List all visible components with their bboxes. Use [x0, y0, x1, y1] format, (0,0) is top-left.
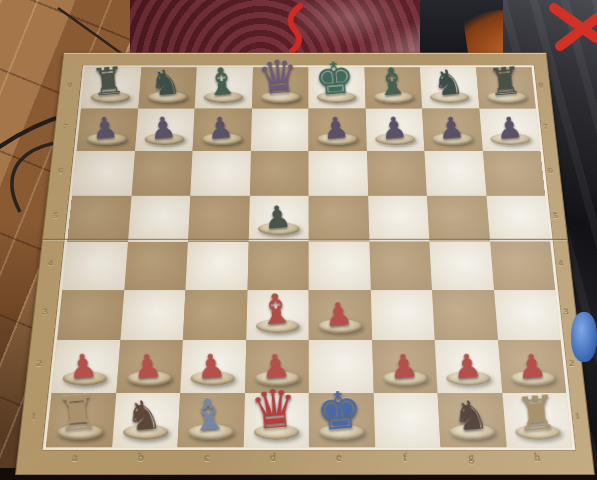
- black-queen-d8[interactable]: ♛: [252, 67, 309, 108]
- photo-scene: ♜♞♝♛♚♝♞♜♟♟♟♟♟♟♟♟♝♟♟♟♟♟♟♟♟♜♞♝♛♚♞♜ 8765432…: [0, 0, 597, 480]
- piece-glyph: ♛: [248, 381, 300, 438]
- square-c4: [185, 242, 248, 290]
- white-pawn-e3[interactable]: ♟: [309, 290, 372, 340]
- black-pawn-b7[interactable]: ♟: [135, 108, 195, 151]
- piece-glyph: ♟: [148, 112, 177, 144]
- square-e3: ♟: [309, 290, 372, 340]
- piece-glyph: ♟: [451, 348, 483, 383]
- square-c2: ♟: [180, 340, 246, 392]
- square-d3: ♝: [246, 290, 309, 340]
- square-f8: ♝: [364, 67, 422, 108]
- square-d4: [247, 242, 309, 290]
- piece-glyph: ♟: [131, 348, 163, 383]
- rank-label-left-6: 6: [55, 166, 66, 174]
- rank-label-left-5: 5: [50, 211, 62, 219]
- square-b3: [120, 290, 186, 340]
- black-pawn-d5[interactable]: ♟: [248, 195, 308, 241]
- black-rook-a8[interactable]: ♜: [81, 67, 141, 108]
- square-h1: ♜: [502, 393, 572, 448]
- square-b6: [131, 151, 192, 195]
- piece-glyph: ♟: [387, 348, 419, 383]
- square-g1: ♞: [438, 393, 507, 448]
- rank-label-right-2: 2: [565, 358, 578, 368]
- square-e8: ♚: [308, 67, 365, 108]
- square-f5: [368, 195, 430, 241]
- piece-glyph: ♝: [203, 61, 240, 101]
- square-c3: [183, 290, 247, 340]
- square-g5: [427, 195, 490, 241]
- square-g7: ♟: [422, 108, 482, 151]
- rank-label-left-2: 2: [33, 358, 46, 368]
- file-label-c: c: [200, 452, 214, 465]
- black-pawn-a7[interactable]: ♟: [77, 108, 138, 151]
- square-g8: ♞: [420, 67, 479, 108]
- white-rook-a1[interactable]: ♜: [46, 393, 116, 448]
- square-h7: ♟: [479, 108, 540, 151]
- white-pawn-g2[interactable]: ♟: [435, 340, 502, 392]
- rank-label-left-8: 8: [64, 81, 75, 89]
- white-king-e1[interactable]: ♚: [309, 393, 375, 448]
- rank-label-right-7: 7: [540, 123, 551, 131]
- black-knight-b8[interactable]: ♞: [138, 67, 197, 108]
- square-e7: ♟: [308, 108, 366, 151]
- square-b2: ♟: [116, 340, 183, 392]
- piece-glyph: ♞: [431, 64, 465, 102]
- white-pawn-c2[interactable]: ♟: [180, 340, 246, 392]
- file-label-g: g: [464, 452, 479, 465]
- square-d8: ♛: [252, 67, 309, 108]
- white-bishop-d3[interactable]: ♝: [246, 290, 309, 340]
- file-label-e: e: [332, 452, 346, 465]
- white-pawn-f2[interactable]: ♟: [372, 340, 438, 392]
- square-b1: ♞: [112, 393, 181, 448]
- blue-object: [571, 312, 597, 362]
- chess-board: ♜♞♝♛♚♝♞♜♟♟♟♟♟♟♟♟♝♟♟♟♟♟♟♟♟♜♞♝♛♚♞♜ 8765432…: [15, 53, 595, 475]
- square-h4: [490, 242, 556, 290]
- black-bishop-c8[interactable]: ♝: [195, 67, 253, 108]
- white-pawn-h2[interactable]: ♟: [498, 340, 567, 392]
- square-f6: [366, 151, 426, 195]
- rank-label-right-5: 5: [549, 211, 561, 219]
- square-d7: [251, 108, 309, 151]
- square-c5: [188, 195, 249, 241]
- square-h3: [494, 290, 561, 340]
- square-a3: [57, 290, 124, 340]
- rank-label-right-1: 1: [571, 411, 584, 421]
- rank-label-right-3: 3: [560, 307, 572, 316]
- piece-glyph: ♚: [314, 383, 364, 438]
- black-bishop-f8[interactable]: ♝: [364, 67, 422, 108]
- rank-label-left-1: 1: [27, 411, 40, 421]
- rank-label-right-8: 8: [535, 81, 546, 89]
- black-knight-g8[interactable]: ♞: [420, 67, 479, 108]
- square-d6: [249, 151, 308, 195]
- square-g2: ♟: [435, 340, 502, 392]
- piece-glyph: ♟: [262, 200, 292, 233]
- file-label-h: h: [530, 452, 545, 465]
- square-b8: ♞: [138, 67, 197, 108]
- square-a5: [67, 195, 131, 241]
- piece-glyph: ♜: [90, 61, 127, 101]
- square-c1: ♝: [177, 393, 244, 448]
- square-c7: ♟: [193, 108, 252, 151]
- square-h8: ♜: [476, 67, 536, 108]
- piece-glyph: ♛: [256, 52, 301, 101]
- square-a8: ♜: [81, 67, 141, 108]
- square-c6: [190, 151, 250, 195]
- white-bishop-c1[interactable]: ♝: [177, 393, 244, 448]
- piece-glyph: ♞: [124, 394, 164, 437]
- square-a1: ♜: [46, 393, 116, 448]
- square-h6: [482, 151, 545, 195]
- black-pawn-h7[interactable]: ♟: [479, 108, 540, 151]
- piece-glyph: ♜: [55, 388, 100, 438]
- black-rook-h8[interactable]: ♜: [476, 67, 536, 108]
- square-b4: [124, 242, 188, 290]
- square-e1: ♚: [309, 393, 375, 448]
- rank-label-right-4: 4: [555, 258, 567, 267]
- square-c8: ♝: [195, 67, 253, 108]
- white-knight-b1[interactable]: ♞: [112, 393, 181, 448]
- black-pawn-g7[interactable]: ♟: [422, 108, 482, 151]
- piece-glyph: ♟: [495, 112, 524, 144]
- square-h2: ♟: [498, 340, 567, 392]
- piece-glyph: ♝: [373, 61, 410, 101]
- piece-glyph: ♟: [516, 348, 548, 383]
- piece-glyph: ♞: [148, 64, 182, 102]
- rank-label-left-7: 7: [60, 123, 71, 131]
- piece-glyph: ♟: [67, 348, 99, 383]
- black-pawn-f7[interactable]: ♟: [365, 108, 424, 151]
- square-e6: [308, 151, 367, 195]
- piece-glyph: ♟: [206, 112, 235, 144]
- square-f3: [370, 290, 434, 340]
- square-h5: [486, 195, 550, 241]
- square-d1: ♛: [243, 393, 309, 448]
- piece-glyph: ♟: [323, 297, 354, 331]
- square-f7: ♟: [365, 108, 424, 151]
- square-d5: ♟: [248, 195, 308, 241]
- piece-glyph: ♜: [513, 388, 558, 438]
- rank-label-left-3: 3: [39, 307, 51, 316]
- rank-label-left-4: 4: [44, 258, 56, 267]
- piece-glyph: ♜: [487, 61, 524, 101]
- piece-glyph: ♝: [255, 287, 296, 332]
- board-frame: ♜♞♝♛♚♝♞♜♟♟♟♟♟♟♟♟♝♟♟♟♟♟♟♟♟♜♞♝♛♚♞♜ 8765432…: [15, 53, 595, 475]
- black-king-e8[interactable]: ♚: [308, 67, 365, 108]
- square-f1: [373, 393, 440, 448]
- black-pawn-e7[interactable]: ♟: [308, 108, 366, 151]
- square-g4: [429, 242, 493, 290]
- file-label-f: f: [398, 452, 412, 465]
- square-g6: [424, 151, 486, 195]
- piece-glyph: ♞: [451, 394, 491, 437]
- square-b7: ♟: [135, 108, 195, 151]
- square-e4: [309, 242, 371, 290]
- white-rook-h1[interactable]: ♜: [502, 393, 572, 448]
- square-g3: [432, 290, 498, 340]
- file-label-b: b: [133, 452, 148, 465]
- piece-glyph: ♟: [91, 112, 120, 144]
- piece-glyph: ♟: [379, 112, 408, 144]
- square-a6: [72, 151, 135, 195]
- square-f4: [369, 242, 432, 290]
- piece-glyph: ♝: [188, 391, 230, 438]
- white-queen-d1[interactable]: ♛: [243, 393, 309, 448]
- piece-glyph: ♚: [313, 54, 356, 102]
- file-label-a: a: [67, 452, 82, 465]
- square-b5: [128, 195, 191, 241]
- piece-glyph: ♟: [195, 348, 227, 383]
- board-grid: ♜♞♝♛♚♝♞♜♟♟♟♟♟♟♟♟♝♟♟♟♟♟♟♟♟♜♞♝♛♚♞♜: [43, 65, 576, 450]
- board-fold-seam: [43, 239, 567, 240]
- square-f2: ♟: [372, 340, 438, 392]
- black-pawn-c7[interactable]: ♟: [193, 108, 252, 151]
- white-pawn-b2[interactable]: ♟: [116, 340, 183, 392]
- piece-glyph: ♟: [437, 112, 466, 144]
- square-e5: [309, 195, 369, 241]
- rank-label-right-6: 6: [545, 166, 556, 174]
- white-knight-g1[interactable]: ♞: [438, 393, 507, 448]
- square-a4: [62, 242, 127, 290]
- piece-glyph: ♟: [322, 112, 351, 144]
- square-a7: ♟: [77, 108, 138, 151]
- file-label-d: d: [266, 452, 280, 465]
